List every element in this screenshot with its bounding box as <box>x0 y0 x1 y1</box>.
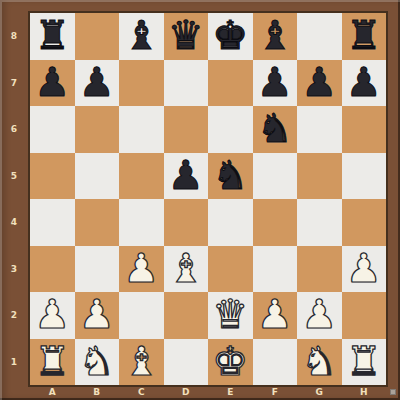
square-g7[interactable]: ♟ <box>297 60 342 107</box>
square-d3[interactable]: ♝ <box>164 246 209 293</box>
square-b6[interactable] <box>75 106 120 153</box>
square-d4[interactable] <box>164 199 209 246</box>
rank-label-5: 5 <box>0 153 28 200</box>
square-g3[interactable] <box>297 246 342 293</box>
square-g1[interactable]: ♞ <box>297 339 342 386</box>
square-d1[interactable] <box>164 339 209 386</box>
square-c6[interactable] <box>119 106 164 153</box>
file-label-a: A <box>30 385 75 399</box>
square-a4[interactable] <box>30 199 75 246</box>
square-b5[interactable] <box>75 153 120 200</box>
piece-white-king: ♚ <box>212 341 248 381</box>
square-f6[interactable]: ♞ <box>253 106 298 153</box>
square-c8[interactable]: ♝ <box>119 13 164 60</box>
piece-white-pawn: ♟ <box>123 248 159 288</box>
square-g8[interactable] <box>297 13 342 60</box>
square-b7[interactable]: ♟ <box>75 60 120 107</box>
square-g4[interactable] <box>297 199 342 246</box>
square-a6[interactable] <box>30 106 75 153</box>
piece-black-pawn: ♟ <box>34 62 70 102</box>
square-h4[interactable] <box>342 199 387 246</box>
rank-label-8: 8 <box>0 13 28 60</box>
square-e1[interactable]: ♚ <box>208 339 253 386</box>
square-e3[interactable] <box>208 246 253 293</box>
rank-label-1: 1 <box>0 339 28 386</box>
square-f3[interactable] <box>253 246 298 293</box>
piece-black-knight: ♞ <box>212 155 248 195</box>
file-label-f: F <box>253 385 298 399</box>
piece-black-pawn: ♟ <box>346 62 382 102</box>
piece-black-bishop: ♝ <box>123 15 159 55</box>
piece-white-queen: ♛ <box>212 294 248 334</box>
square-h3[interactable]: ♟ <box>342 246 387 293</box>
piece-white-bishop: ♝ <box>123 341 159 381</box>
square-c4[interactable] <box>119 199 164 246</box>
piece-black-bishop: ♝ <box>257 15 293 55</box>
piece-white-pawn: ♟ <box>257 294 293 334</box>
square-e6[interactable] <box>208 106 253 153</box>
piece-black-rook: ♜ <box>34 15 70 55</box>
square-e8[interactable]: ♚ <box>208 13 253 60</box>
square-e5[interactable]: ♞ <box>208 153 253 200</box>
square-f1[interactable] <box>253 339 298 386</box>
square-b8[interactable] <box>75 13 120 60</box>
square-a2[interactable]: ♟ <box>30 292 75 339</box>
square-a7[interactable]: ♟ <box>30 60 75 107</box>
piece-white-pawn: ♟ <box>79 294 115 334</box>
piece-white-knight: ♞ <box>79 341 115 381</box>
square-h6[interactable] <box>342 106 387 153</box>
square-e7[interactable] <box>208 60 253 107</box>
rank-label-2: 2 <box>0 292 28 339</box>
square-c1[interactable]: ♝ <box>119 339 164 386</box>
file-labels: ABCDEFGH <box>30 385 386 399</box>
square-b1[interactable]: ♞ <box>75 339 120 386</box>
square-h5[interactable] <box>342 153 387 200</box>
file-label-e: E <box>208 385 253 399</box>
square-a8[interactable]: ♜ <box>30 13 75 60</box>
square-g5[interactable] <box>297 153 342 200</box>
chess-board: ♜♝♛♚♝♜♟♟♟♟♟♞♟♞♟♝♟♟♟♛♟♟♜♞♝♚♞♜ <box>30 13 386 385</box>
rank-label-7: 7 <box>0 60 28 107</box>
square-d5[interactable]: ♟ <box>164 153 209 200</box>
square-b4[interactable] <box>75 199 120 246</box>
chess-app: 87654321 ABCDEFGH ♜♝♛♚♝♜♟♟♟♟♟♞♟♞♟♝♟♟♟♛♟♟… <box>0 0 400 400</box>
piece-white-pawn: ♟ <box>301 294 337 334</box>
square-b3[interactable] <box>75 246 120 293</box>
piece-white-knight: ♞ <box>301 341 337 381</box>
square-d7[interactable] <box>164 60 209 107</box>
piece-black-rook: ♜ <box>346 15 382 55</box>
square-a1[interactable]: ♜ <box>30 339 75 386</box>
square-f7[interactable]: ♟ <box>253 60 298 107</box>
square-d8[interactable]: ♛ <box>164 13 209 60</box>
rank-label-4: 4 <box>0 199 28 246</box>
piece-black-pawn: ♟ <box>168 155 204 195</box>
square-g2[interactable]: ♟ <box>297 292 342 339</box>
square-c3[interactable]: ♟ <box>119 246 164 293</box>
piece-white-rook: ♜ <box>34 341 70 381</box>
rank-labels: 87654321 <box>0 13 28 385</box>
piece-black-pawn: ♟ <box>301 62 337 102</box>
file-label-h: H <box>342 385 387 399</box>
square-h8[interactable]: ♜ <box>342 13 387 60</box>
square-h7[interactable]: ♟ <box>342 60 387 107</box>
corner-marker <box>390 389 396 395</box>
square-c2[interactable] <box>119 292 164 339</box>
piece-white-rook: ♜ <box>346 341 382 381</box>
piece-black-pawn: ♟ <box>79 62 115 102</box>
square-g6[interactable] <box>297 106 342 153</box>
file-label-d: D <box>164 385 209 399</box>
square-d2[interactable] <box>164 292 209 339</box>
square-f5[interactable] <box>253 153 298 200</box>
piece-black-queen: ♛ <box>168 15 204 55</box>
piece-white-bishop: ♝ <box>168 248 204 288</box>
square-c7[interactable] <box>119 60 164 107</box>
square-f4[interactable] <box>253 199 298 246</box>
piece-black-king: ♚ <box>212 15 248 55</box>
piece-white-pawn: ♟ <box>34 294 70 334</box>
piece-black-pawn: ♟ <box>257 62 293 102</box>
square-e4[interactable] <box>208 199 253 246</box>
file-label-c: C <box>119 385 164 399</box>
square-f8[interactable]: ♝ <box>253 13 298 60</box>
square-h1[interactable]: ♜ <box>342 339 387 386</box>
square-h2[interactable] <box>342 292 387 339</box>
file-label-g: G <box>297 385 342 399</box>
rank-label-3: 3 <box>0 246 28 293</box>
square-e2[interactable]: ♛ <box>208 292 253 339</box>
square-a3[interactable] <box>30 246 75 293</box>
square-b2[interactable]: ♟ <box>75 292 120 339</box>
piece-white-pawn: ♟ <box>346 248 382 288</box>
file-label-b: B <box>75 385 120 399</box>
square-c5[interactable] <box>119 153 164 200</box>
square-a5[interactable] <box>30 153 75 200</box>
square-f2[interactable]: ♟ <box>253 292 298 339</box>
piece-black-knight: ♞ <box>257 108 293 148</box>
square-d6[interactable] <box>164 106 209 153</box>
rank-label-6: 6 <box>0 106 28 153</box>
